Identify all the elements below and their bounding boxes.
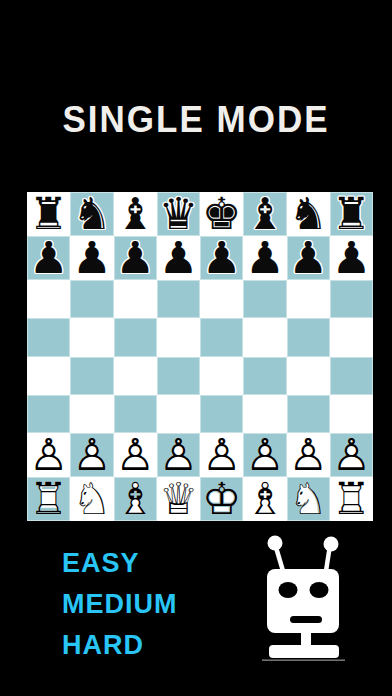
square-h3[interactable] <box>330 395 373 433</box>
square-e8[interactable]: ♚ <box>200 192 243 236</box>
piece-white-pawn: ♟♙ <box>29 433 68 477</box>
piece-black-rook: ♜ <box>332 192 371 236</box>
piece-black-pawn: ♟ <box>245 236 284 280</box>
square-b8[interactable]: ♞ <box>70 192 113 236</box>
single-mode-screen: SINGLE MODE ♜♞♝♛♚♝♞♜♟♟♟♟♟♟♟♟♟♙♟♙♟♙♟♙♟♙♟♙… <box>0 0 392 696</box>
square-a2[interactable]: ♟♙ <box>27 433 70 477</box>
piece-black-pawn: ♟ <box>288 236 327 280</box>
piece-black-pawn: ♟ <box>332 236 371 280</box>
piece-white-pawn: ♟♙ <box>245 433 284 477</box>
piece-white-bishop: ♝♗ <box>245 477 284 521</box>
square-d7[interactable]: ♟ <box>157 236 200 280</box>
square-c1[interactable]: ♝♗ <box>114 477 157 521</box>
piece-black-king: ♚ <box>202 192 241 236</box>
square-b2[interactable]: ♟♙ <box>70 433 113 477</box>
square-h7[interactable]: ♟ <box>330 236 373 280</box>
piece-white-bishop: ♝♗ <box>115 477 154 521</box>
square-a5[interactable] <box>27 318 70 356</box>
piece-black-bishop: ♝ <box>245 192 284 236</box>
square-c6[interactable] <box>114 280 157 318</box>
square-g3[interactable] <box>287 395 330 433</box>
square-e4[interactable] <box>200 357 243 395</box>
square-c7[interactable]: ♟ <box>114 236 157 280</box>
square-f5[interactable] <box>243 318 286 356</box>
square-d5[interactable] <box>157 318 200 356</box>
piece-white-queen: ♛♕ <box>159 477 198 521</box>
menu-item-medium[interactable]: MEDIUM <box>62 584 178 626</box>
square-h8[interactable]: ♜ <box>330 192 373 236</box>
chess-board: ♜♞♝♛♚♝♞♜♟♟♟♟♟♟♟♟♟♙♟♙♟♙♟♙♟♙♟♙♟♙♟♙♜♖♞♘♝♗♛♕… <box>27 192 373 521</box>
square-h5[interactable] <box>330 318 373 356</box>
square-c3[interactable] <box>114 395 157 433</box>
square-c5[interactable] <box>114 318 157 356</box>
square-a3[interactable] <box>27 395 70 433</box>
square-h2[interactable]: ♟♙ <box>330 433 373 477</box>
square-f7[interactable]: ♟ <box>243 236 286 280</box>
piece-white-king: ♚♔ <box>202 477 241 521</box>
square-a7[interactable]: ♟ <box>27 236 70 280</box>
piece-white-pawn: ♟♙ <box>332 433 371 477</box>
piece-black-bishop: ♝ <box>115 192 154 236</box>
square-g6[interactable] <box>287 280 330 318</box>
piece-white-knight: ♞♘ <box>288 477 327 521</box>
square-g5[interactable] <box>287 318 330 356</box>
square-f1[interactable]: ♝♗ <box>243 477 286 521</box>
square-h1[interactable]: ♜♖ <box>330 477 373 521</box>
square-e5[interactable] <box>200 318 243 356</box>
square-d1[interactable]: ♛♕ <box>157 477 200 521</box>
square-f4[interactable] <box>243 357 286 395</box>
piece-black-pawn: ♟ <box>29 236 68 280</box>
square-g7[interactable]: ♟ <box>287 236 330 280</box>
square-d6[interactable] <box>157 280 200 318</box>
square-c4[interactable] <box>114 357 157 395</box>
piece-white-pawn: ♟♙ <box>159 433 198 477</box>
square-f8[interactable]: ♝ <box>243 192 286 236</box>
square-e1[interactable]: ♚♔ <box>200 477 243 521</box>
square-e3[interactable] <box>200 395 243 433</box>
square-c2[interactable]: ♟♙ <box>114 433 157 477</box>
square-d2[interactable]: ♟♙ <box>157 433 200 477</box>
square-b1[interactable]: ♞♘ <box>70 477 113 521</box>
square-g2[interactable]: ♟♙ <box>287 433 330 477</box>
square-d8[interactable]: ♛ <box>157 192 200 236</box>
piece-white-knight: ♞♘ <box>72 477 111 521</box>
difficulty-menu: EASY MEDIUM HARD <box>62 543 178 666</box>
piece-black-pawn: ♟ <box>72 236 111 280</box>
piece-black-pawn: ♟ <box>115 236 154 280</box>
piece-black-rook: ♜ <box>29 192 68 236</box>
square-b6[interactable] <box>70 280 113 318</box>
square-b3[interactable] <box>70 395 113 433</box>
square-f3[interactable] <box>243 395 286 433</box>
piece-white-pawn: ♟♙ <box>202 433 241 477</box>
square-b7[interactable]: ♟ <box>70 236 113 280</box>
square-g4[interactable] <box>287 357 330 395</box>
square-e7[interactable]: ♟ <box>200 236 243 280</box>
square-a8[interactable]: ♜ <box>27 192 70 236</box>
piece-white-pawn: ♟♙ <box>72 433 111 477</box>
square-g1[interactable]: ♞♘ <box>287 477 330 521</box>
piece-black-pawn: ♟ <box>202 236 241 280</box>
square-h6[interactable] <box>330 280 373 318</box>
square-d4[interactable] <box>157 357 200 395</box>
square-h4[interactable] <box>330 357 373 395</box>
piece-white-rook: ♜♖ <box>29 477 68 521</box>
piece-black-pawn: ♟ <box>159 236 198 280</box>
square-a1[interactable]: ♜♖ <box>27 477 70 521</box>
square-b5[interactable] <box>70 318 113 356</box>
robot-icon <box>252 530 352 666</box>
square-a6[interactable] <box>27 280 70 318</box>
piece-black-knight: ♞ <box>288 192 327 236</box>
menu-item-easy[interactable]: EASY <box>62 543 178 585</box>
piece-white-pawn: ♟♙ <box>115 433 154 477</box>
piece-black-queen: ♛ <box>159 192 198 236</box>
square-g8[interactable]: ♞ <box>287 192 330 236</box>
piece-black-knight: ♞ <box>72 192 111 236</box>
square-a4[interactable] <box>27 357 70 395</box>
piece-white-pawn: ♟♙ <box>288 433 327 477</box>
page-title: SINGLE MODE <box>0 98 392 140</box>
piece-white-rook: ♜♖ <box>332 477 371 521</box>
square-d3[interactable] <box>157 395 200 433</box>
square-e6[interactable] <box>200 280 243 318</box>
square-b4[interactable] <box>70 357 113 395</box>
menu-item-hard[interactable]: HARD <box>62 625 178 667</box>
square-f6[interactable] <box>243 280 286 318</box>
square-e2[interactable]: ♟♙ <box>200 433 243 477</box>
square-c8[interactable]: ♝ <box>114 192 157 236</box>
square-f2[interactable]: ♟♙ <box>243 433 286 477</box>
